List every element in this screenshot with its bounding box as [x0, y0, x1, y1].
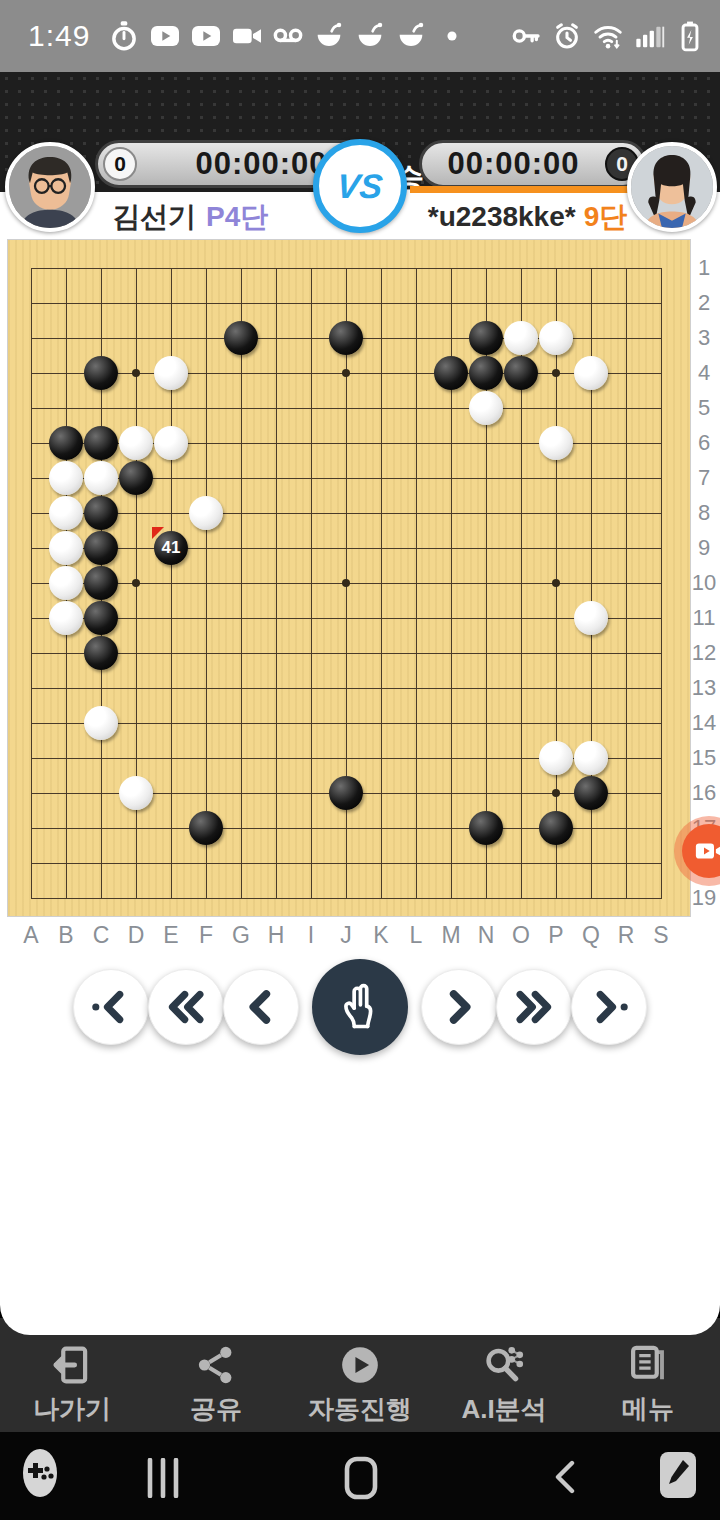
- row-label-19: 19: [690, 885, 718, 911]
- column-label-G: G: [227, 922, 255, 949]
- row-label-10: 10: [690, 570, 718, 596]
- row-label-8: 8: [690, 500, 718, 526]
- white-stone: [119, 776, 153, 810]
- android-back-icon[interactable]: [552, 1460, 578, 1498]
- right-player-name: *u2238kke*: [428, 201, 576, 232]
- wifi-icon: [592, 20, 624, 52]
- right-player-rank: 9단: [584, 201, 628, 232]
- column-label-R: R: [612, 922, 640, 949]
- vs-badge: VS: [313, 139, 407, 233]
- white-stone: [574, 356, 608, 390]
- column-label-E: E: [157, 922, 185, 949]
- row-label-4: 4: [690, 360, 718, 386]
- column-label-M: M: [437, 922, 465, 949]
- star-point: [552, 789, 560, 797]
- alarm-icon: [551, 20, 583, 52]
- black-stone: [469, 321, 503, 355]
- key-icon: [510, 20, 542, 52]
- row-label-5: 5: [690, 395, 718, 421]
- black-stone: [189, 811, 223, 845]
- black-stone: [539, 811, 573, 845]
- jump-to-end-button[interactable]: [571, 969, 647, 1045]
- ai-icon: [483, 1344, 525, 1386]
- row-label-9: 9: [690, 535, 718, 561]
- black-stone: [84, 496, 118, 530]
- phone-screen: 1:49 백 불계승 0 00:00:00 00:00:00 0 VS 김선기P…: [0, 0, 720, 1520]
- nav-label: A.I분석: [461, 1392, 546, 1427]
- status-time: 1:49: [28, 19, 90, 53]
- menu-icon: [627, 1344, 669, 1386]
- white-stone: [154, 356, 188, 390]
- white-stone: [574, 741, 608, 775]
- black-stone: [84, 566, 118, 600]
- black-stone: [84, 636, 118, 670]
- white-stone: [119, 426, 153, 460]
- star-point: [552, 369, 560, 377]
- game-launcher-icon[interactable]: [20, 1446, 60, 1504]
- column-label-C: C: [87, 922, 115, 949]
- row-label-3: 3: [690, 325, 718, 351]
- bottom-navigation: 나가기공유자동진행A.I분석메뉴: [0, 1344, 720, 1432]
- column-label-N: N: [472, 922, 500, 949]
- column-label-A: A: [17, 922, 45, 949]
- column-label-I: I: [297, 922, 325, 949]
- black-stone: [329, 776, 363, 810]
- bowl-icon: [395, 20, 427, 52]
- nav-exit-button[interactable]: 나가기: [0, 1344, 144, 1432]
- nav-share-button[interactable]: 공유: [144, 1344, 288, 1432]
- black-stone: [119, 461, 153, 495]
- autoplay-icon: [339, 1344, 381, 1386]
- youtube-icon: [190, 20, 222, 52]
- white-stone: [49, 461, 83, 495]
- move-number: 41: [162, 538, 181, 558]
- white-stone: [84, 461, 118, 495]
- bowl-icon: [313, 20, 345, 52]
- black-periods-badge: 0: [103, 147, 137, 181]
- white-stone: [84, 706, 118, 740]
- left-player-avatar[interactable]: [5, 142, 95, 232]
- fast-forward-button[interactable]: [496, 969, 572, 1045]
- nav-label: 메뉴: [622, 1392, 674, 1427]
- status-system-icons: [510, 20, 706, 52]
- nav-menu-button[interactable]: 메뉴: [576, 1344, 720, 1432]
- star-point: [132, 369, 140, 377]
- black-stone: [84, 356, 118, 390]
- step-forward-button[interactable]: [421, 969, 497, 1045]
- nav-label: 자동진행: [308, 1392, 412, 1427]
- left-player-rank: P4단: [206, 201, 268, 232]
- home-icon[interactable]: [344, 1456, 378, 1504]
- row-label-13: 13: [690, 675, 718, 701]
- nav-ai-analysis-button[interactable]: A.I분석: [432, 1344, 576, 1432]
- white-stone: [539, 741, 573, 775]
- black-stone: [49, 426, 83, 460]
- row-label-14: 14: [690, 710, 718, 736]
- column-label-J: J: [332, 922, 360, 949]
- black-stone: [84, 531, 118, 565]
- star-point: [552, 579, 560, 587]
- column-label-D: D: [122, 922, 150, 949]
- recents-icon[interactable]: [146, 1458, 180, 1502]
- white-stone: [49, 496, 83, 530]
- nav-label: 공유: [190, 1392, 242, 1427]
- white-stone: [539, 321, 573, 355]
- star-point: [342, 579, 350, 587]
- stopwatch-icon: [108, 20, 140, 52]
- black-stone: [504, 356, 538, 390]
- jump-to-start-button[interactable]: [73, 969, 149, 1045]
- row-label-12: 12: [690, 640, 718, 666]
- black-stone: [469, 356, 503, 390]
- row-label-15: 15: [690, 745, 718, 771]
- bowl-icon: [354, 20, 386, 52]
- white-stone: [154, 426, 188, 460]
- white-stone: [49, 531, 83, 565]
- black-stone: [224, 321, 258, 355]
- black-stone: [84, 426, 118, 460]
- row-label-1: 1: [690, 255, 718, 281]
- column-label-O: O: [507, 922, 535, 949]
- column-label-L: L: [402, 922, 430, 949]
- nav-label: 나가기: [33, 1392, 111, 1427]
- black-stone: [84, 601, 118, 635]
- share-icon: [195, 1344, 237, 1386]
- white-stone: [469, 391, 503, 425]
- last-move-marker: [152, 527, 164, 539]
- white-stone: [539, 426, 573, 460]
- android-navigation-bar: [0, 1432, 720, 1520]
- go-board[interactable]: 41: [8, 240, 690, 916]
- white-stone: [574, 601, 608, 635]
- video-camera-icon: [231, 20, 263, 52]
- fast-rewind-button[interactable]: [148, 969, 224, 1045]
- hand-play-button[interactable]: [312, 959, 408, 1055]
- column-label-K: K: [367, 922, 395, 949]
- white-stone: [189, 496, 223, 530]
- white-stone: [504, 321, 538, 355]
- step-back-button[interactable]: [223, 969, 299, 1045]
- column-label-S: S: [647, 922, 675, 949]
- left-player-name: 김선기: [112, 201, 196, 232]
- black-stone: 41: [154, 531, 188, 565]
- dot-icon: [436, 20, 468, 52]
- star-point: [132, 579, 140, 587]
- row-label-6: 6: [690, 430, 718, 456]
- black-stone: [329, 321, 363, 355]
- black-stone: [434, 356, 468, 390]
- exit-icon: [51, 1344, 93, 1386]
- active-player-accent-bar: [410, 186, 657, 193]
- battery-charging-icon: [674, 20, 706, 52]
- row-label-7: 7: [690, 465, 718, 491]
- nav-autoplay-button[interactable]: 자동진행: [288, 1344, 432, 1432]
- column-label-B: B: [52, 922, 80, 949]
- column-label-F: F: [192, 922, 220, 949]
- white-player-clock: 00:00:00 0: [419, 140, 647, 188]
- voicemail-icon: [272, 20, 304, 52]
- black-stone: [469, 811, 503, 845]
- column-label-H: H: [262, 922, 290, 949]
- black-stone: [574, 776, 608, 810]
- white-stone: [49, 566, 83, 600]
- s-pen-icon[interactable]: [658, 1450, 698, 1504]
- column-label-P: P: [542, 922, 570, 949]
- white-clock-time: 00:00:00: [422, 146, 605, 182]
- status-notification-icons: [108, 20, 468, 52]
- status-bar: 1:49: [0, 0, 720, 72]
- right-player-avatar[interactable]: [627, 142, 717, 232]
- signal-icon: [633, 20, 665, 52]
- column-label-Q: Q: [577, 922, 605, 949]
- row-label-16: 16: [690, 780, 718, 806]
- youtube-icon: [149, 20, 181, 52]
- white-stone: [49, 601, 83, 635]
- star-point: [342, 369, 350, 377]
- row-label-11: 11: [690, 605, 718, 631]
- row-label-2: 2: [690, 290, 718, 316]
